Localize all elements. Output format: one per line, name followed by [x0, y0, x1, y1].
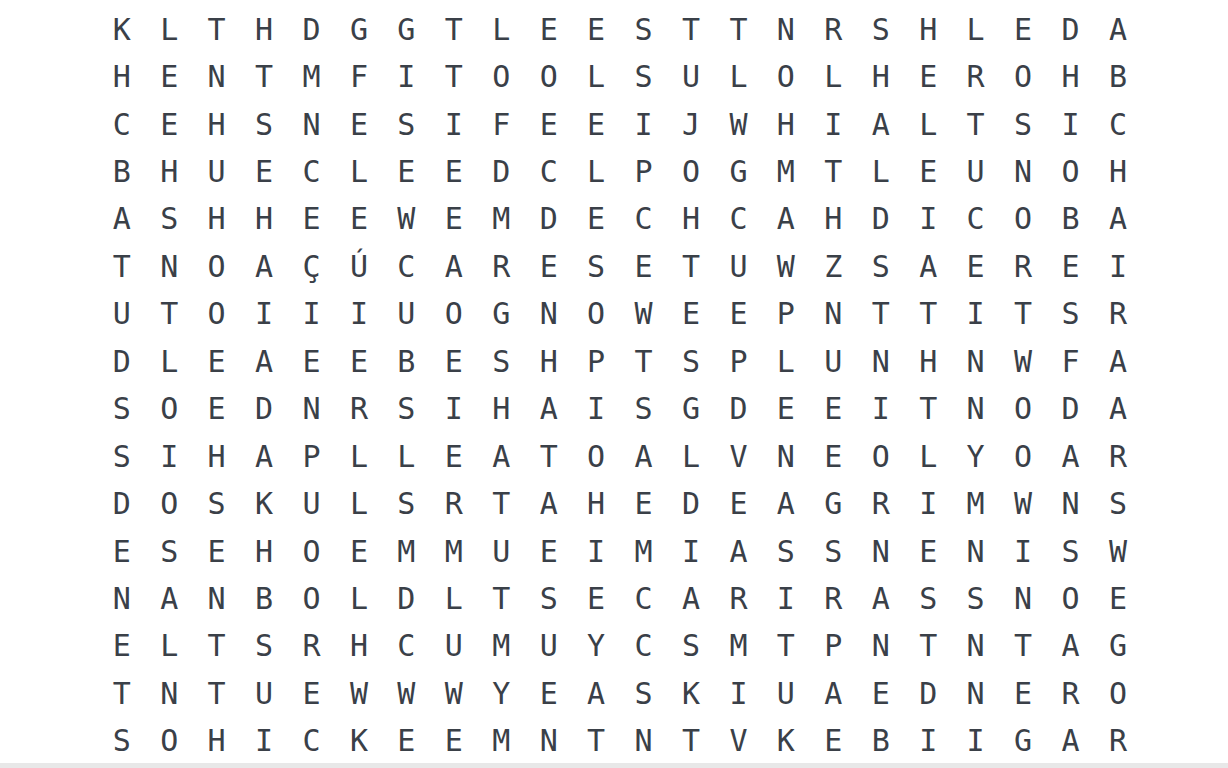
grid-cell[interactable]: M	[620, 528, 667, 575]
grid-cell[interactable]: W	[383, 196, 430, 243]
grid-cell[interactable]: L	[383, 433, 430, 480]
grid-cell[interactable]: C	[383, 243, 430, 290]
grid-cell[interactable]: T	[620, 338, 667, 385]
grid-cell[interactable]: D	[904, 670, 951, 717]
grid-cell[interactable]: E	[240, 148, 287, 195]
grid-cell[interactable]: S	[240, 623, 287, 670]
grid-cell[interactable]: T	[762, 623, 809, 670]
grid-cell[interactable]: C	[620, 623, 667, 670]
grid-cell[interactable]: I	[572, 528, 619, 575]
grid-cell[interactable]: S	[999, 101, 1046, 148]
grid-cell[interactable]: O	[525, 53, 572, 100]
grid-cell[interactable]: A	[620, 433, 667, 480]
grid-cell[interactable]: A	[145, 575, 192, 622]
grid-cell[interactable]: A	[762, 196, 809, 243]
grid-cell[interactable]: T	[952, 101, 999, 148]
grid-cell[interactable]: E	[620, 480, 667, 527]
grid-cell[interactable]: T	[193, 623, 240, 670]
grid-cell[interactable]: O	[857, 433, 904, 480]
grid-cell[interactable]: L	[715, 53, 762, 100]
grid-cell[interactable]: R	[952, 53, 999, 100]
grid-cell[interactable]: E	[430, 148, 477, 195]
grid-cell[interactable]: A	[240, 243, 287, 290]
grid-cell[interactable]: E	[904, 148, 951, 195]
grid-cell[interactable]: S	[620, 670, 667, 717]
grid-cell[interactable]: C	[715, 196, 762, 243]
grid-cell[interactable]: P	[572, 338, 619, 385]
grid-cell[interactable]: T	[810, 148, 857, 195]
grid-cell[interactable]: B	[98, 148, 145, 195]
grid-cell[interactable]: E	[904, 528, 951, 575]
grid-cell[interactable]: H	[193, 433, 240, 480]
grid-cell[interactable]: I	[904, 196, 951, 243]
grid-cell[interactable]: T	[525, 433, 572, 480]
grid-cell[interactable]: E	[810, 386, 857, 433]
grid-cell[interactable]: W	[999, 480, 1046, 527]
grid-cell[interactable]: D	[525, 196, 572, 243]
grid-cell[interactable]: L	[810, 53, 857, 100]
grid-cell[interactable]: O	[1047, 575, 1094, 622]
grid-cell[interactable]: L	[952, 6, 999, 53]
grid-cell[interactable]: E	[145, 53, 192, 100]
grid-cell[interactable]: A	[240, 338, 287, 385]
grid-cell[interactable]: C	[1094, 101, 1141, 148]
grid-cell[interactable]: E	[430, 718, 477, 765]
grid-cell[interactable]: I	[240, 718, 287, 765]
grid-cell[interactable]: E	[810, 718, 857, 765]
grid-cell[interactable]: T	[904, 623, 951, 670]
grid-cell[interactable]: D	[98, 480, 145, 527]
grid-cell[interactable]: D	[667, 480, 714, 527]
grid-cell[interactable]: I	[762, 575, 809, 622]
grid-cell[interactable]: A	[525, 480, 572, 527]
grid-cell[interactable]: N	[193, 575, 240, 622]
grid-cell[interactable]: D	[98, 338, 145, 385]
grid-cell[interactable]: S	[667, 623, 714, 670]
grid-cell[interactable]: E	[383, 718, 430, 765]
grid-cell[interactable]: A	[478, 433, 525, 480]
grid-cell[interactable]: G	[667, 386, 714, 433]
grid-cell[interactable]: H	[193, 718, 240, 765]
grid-cell[interactable]: R	[288, 623, 335, 670]
grid-cell[interactable]: O	[145, 480, 192, 527]
grid-cell[interactable]: K	[667, 670, 714, 717]
grid-cell[interactable]: L	[335, 480, 382, 527]
grid-cell[interactable]: C	[288, 148, 335, 195]
grid-cell[interactable]: R	[999, 243, 1046, 290]
grid-cell[interactable]: S	[620, 6, 667, 53]
grid-cell[interactable]: L	[904, 433, 951, 480]
grid-cell[interactable]: Z	[810, 243, 857, 290]
grid-cell[interactable]: H	[762, 101, 809, 148]
grid-cell[interactable]: P	[620, 148, 667, 195]
grid-cell[interactable]: D	[478, 148, 525, 195]
grid-cell[interactable]: S	[762, 528, 809, 575]
grid-cell[interactable]: M	[715, 623, 762, 670]
grid-cell[interactable]: S	[904, 575, 951, 622]
grid-cell[interactable]: E	[857, 670, 904, 717]
grid-cell[interactable]: K	[335, 718, 382, 765]
grid-cell[interactable]: F	[1047, 338, 1094, 385]
grid-cell[interactable]: B	[383, 338, 430, 385]
grid-cell[interactable]: J	[667, 101, 714, 148]
grid-cell[interactable]: L	[857, 148, 904, 195]
grid-cell[interactable]: E	[525, 528, 572, 575]
grid-cell[interactable]: A	[1094, 196, 1141, 243]
grid-cell[interactable]: I	[952, 291, 999, 338]
grid-cell[interactable]: I	[667, 528, 714, 575]
grid-cell[interactable]: O	[193, 243, 240, 290]
grid-cell[interactable]: E	[335, 196, 382, 243]
grid-cell[interactable]: M	[383, 528, 430, 575]
grid-cell[interactable]: H	[572, 480, 619, 527]
grid-cell[interactable]: O	[478, 53, 525, 100]
grid-cell[interactable]: V	[715, 718, 762, 765]
grid-cell[interactable]: U	[525, 623, 572, 670]
grid-cell[interactable]: N	[952, 528, 999, 575]
grid-cell[interactable]: S	[1047, 528, 1094, 575]
grid-cell[interactable]: V	[715, 433, 762, 480]
grid-cell[interactable]: I	[430, 101, 477, 148]
grid-cell[interactable]: A	[240, 433, 287, 480]
grid-cell[interactable]: N	[145, 670, 192, 717]
grid-cell[interactable]: H	[904, 6, 951, 53]
grid-cell[interactable]: L	[335, 148, 382, 195]
grid-cell[interactable]: S	[383, 386, 430, 433]
grid-cell[interactable]: S	[145, 196, 192, 243]
grid-cell[interactable]: S	[810, 528, 857, 575]
grid-cell[interactable]: A	[1094, 6, 1141, 53]
grid-cell[interactable]: E	[430, 196, 477, 243]
grid-cell[interactable]: T	[240, 53, 287, 100]
grid-cell[interactable]: H	[667, 196, 714, 243]
grid-cell[interactable]: S	[383, 101, 430, 148]
grid-cell[interactable]: K	[240, 480, 287, 527]
grid-cell[interactable]: O	[999, 433, 1046, 480]
grid-cell[interactable]: E	[193, 386, 240, 433]
grid-cell[interactable]: E	[525, 243, 572, 290]
grid-cell[interactable]: S	[145, 528, 192, 575]
grid-cell[interactable]: H	[1094, 148, 1141, 195]
grid-cell[interactable]: I	[1047, 101, 1094, 148]
grid-cell[interactable]: M	[478, 718, 525, 765]
grid-cell[interactable]: C	[952, 196, 999, 243]
grid-cell[interactable]: N	[288, 386, 335, 433]
grid-cell[interactable]: O	[572, 291, 619, 338]
grid-cell[interactable]: E	[667, 291, 714, 338]
grid-cell[interactable]: L	[572, 148, 619, 195]
grid-cell[interactable]: S	[193, 480, 240, 527]
grid-cell[interactable]: B	[1047, 196, 1094, 243]
grid-cell[interactable]: Ú	[335, 243, 382, 290]
grid-cell[interactable]: S	[98, 386, 145, 433]
grid-cell[interactable]: E	[98, 623, 145, 670]
grid-cell[interactable]: E	[525, 101, 572, 148]
grid-cell[interactable]: W	[620, 291, 667, 338]
grid-cell[interactable]: C	[525, 148, 572, 195]
grid-cell[interactable]: E	[572, 196, 619, 243]
grid-cell[interactable]: D	[288, 6, 335, 53]
grid-cell[interactable]: W	[335, 670, 382, 717]
grid-cell[interactable]: O	[1094, 670, 1141, 717]
grid-cell[interactable]: S	[240, 101, 287, 148]
grid-cell[interactable]: P	[810, 623, 857, 670]
grid-cell[interactable]: I	[1094, 243, 1141, 290]
grid-cell[interactable]: N	[952, 386, 999, 433]
grid-cell[interactable]: E	[335, 528, 382, 575]
grid-cell[interactable]: G	[478, 291, 525, 338]
grid-cell[interactable]: N	[525, 718, 572, 765]
grid-cell[interactable]: D	[383, 575, 430, 622]
grid-cell[interactable]: U	[240, 670, 287, 717]
grid-cell[interactable]: L	[145, 338, 192, 385]
grid-cell[interactable]: N	[193, 53, 240, 100]
grid-cell[interactable]: I	[240, 291, 287, 338]
grid-cell[interactable]: N	[620, 718, 667, 765]
grid-cell[interactable]: O	[145, 386, 192, 433]
grid-cell[interactable]: I	[288, 291, 335, 338]
grid-cell[interactable]: H	[193, 196, 240, 243]
grid-cell[interactable]: E	[620, 243, 667, 290]
grid-cell[interactable]: T	[999, 291, 1046, 338]
grid-cell[interactable]: T	[857, 291, 904, 338]
grid-cell[interactable]: E	[430, 433, 477, 480]
grid-cell[interactable]: A	[762, 480, 809, 527]
grid-cell[interactable]: G	[1094, 623, 1141, 670]
grid-cell[interactable]: G	[715, 148, 762, 195]
grid-cell[interactable]: O	[193, 291, 240, 338]
grid-cell[interactable]: S	[620, 53, 667, 100]
grid-cell[interactable]: F	[335, 53, 382, 100]
grid-cell[interactable]: R	[857, 480, 904, 527]
grid-cell[interactable]: E	[335, 101, 382, 148]
grid-cell[interactable]: U	[810, 338, 857, 385]
grid-cell[interactable]: T	[478, 575, 525, 622]
grid-cell[interactable]: G	[383, 6, 430, 53]
grid-cell[interactable]: S	[857, 243, 904, 290]
grid-cell[interactable]: M	[430, 528, 477, 575]
grid-cell[interactable]: W	[383, 670, 430, 717]
grid-cell[interactable]: A	[1047, 718, 1094, 765]
grid-cell[interactable]: P	[762, 291, 809, 338]
grid-cell[interactable]: O	[288, 575, 335, 622]
grid-cell[interactable]: L	[430, 575, 477, 622]
grid-cell[interactable]: S	[1047, 291, 1094, 338]
grid-cell[interactable]: A	[810, 670, 857, 717]
grid-cell[interactable]: I	[383, 53, 430, 100]
grid-cell[interactable]: E	[715, 291, 762, 338]
grid-cell[interactable]: E	[193, 528, 240, 575]
grid-cell[interactable]: N	[999, 575, 1046, 622]
grid-cell[interactable]: H	[525, 338, 572, 385]
grid-cell[interactable]: H	[810, 196, 857, 243]
grid-cell[interactable]: R	[1047, 670, 1094, 717]
grid-cell[interactable]: N	[857, 528, 904, 575]
grid-cell[interactable]: S	[98, 718, 145, 765]
grid-cell[interactable]: H	[145, 148, 192, 195]
grid-cell[interactable]: A	[715, 528, 762, 575]
grid-cell[interactable]: Ç	[288, 243, 335, 290]
grid-cell[interactable]: A	[904, 243, 951, 290]
grid-cell[interactable]: I	[145, 433, 192, 480]
grid-cell[interactable]: S	[525, 575, 572, 622]
grid-cell[interactable]: N	[810, 291, 857, 338]
grid-cell[interactable]: A	[430, 243, 477, 290]
grid-cell[interactable]: A	[1094, 386, 1141, 433]
grid-cell[interactable]: N	[1047, 480, 1094, 527]
grid-cell[interactable]: I	[904, 718, 951, 765]
grid-cell[interactable]: A	[98, 196, 145, 243]
grid-cell[interactable]: C	[620, 575, 667, 622]
grid-cell[interactable]: A	[857, 575, 904, 622]
grid-cell[interactable]: T	[430, 53, 477, 100]
grid-cell[interactable]: B	[1094, 53, 1141, 100]
grid-cell[interactable]: M	[478, 196, 525, 243]
grid-cell[interactable]: W	[1094, 528, 1141, 575]
grid-cell[interactable]: D	[1047, 6, 1094, 53]
grid-cell[interactable]: M	[288, 53, 335, 100]
grid-cell[interactable]: S	[1094, 480, 1141, 527]
grid-cell[interactable]: C	[383, 623, 430, 670]
grid-cell[interactable]: E	[1047, 243, 1094, 290]
grid-cell[interactable]: N	[762, 6, 809, 53]
grid-cell[interactable]: U	[952, 148, 999, 195]
grid-cell[interactable]: E	[715, 480, 762, 527]
grid-cell[interactable]: H	[857, 53, 904, 100]
grid-cell[interactable]: L	[335, 575, 382, 622]
grid-cell[interactable]: W	[999, 338, 1046, 385]
grid-cell[interactable]: N	[288, 101, 335, 148]
grid-cell[interactable]: N	[952, 623, 999, 670]
grid-cell[interactable]: O	[145, 718, 192, 765]
grid-cell[interactable]: T	[667, 243, 714, 290]
grid-cell[interactable]: N	[525, 291, 572, 338]
grid-cell[interactable]: M	[762, 148, 809, 195]
grid-cell[interactable]: E	[98, 528, 145, 575]
grid-cell[interactable]: E	[1094, 575, 1141, 622]
grid-cell[interactable]: L	[145, 623, 192, 670]
grid-cell[interactable]: L	[335, 433, 382, 480]
grid-cell[interactable]: N	[98, 575, 145, 622]
grid-cell[interactable]: U	[430, 623, 477, 670]
grid-cell[interactable]: H	[335, 623, 382, 670]
grid-cell[interactable]: P	[288, 433, 335, 480]
grid-cell[interactable]: I	[810, 101, 857, 148]
grid-cell[interactable]: A	[572, 670, 619, 717]
grid-cell[interactable]: G	[999, 718, 1046, 765]
grid-cell[interactable]: I	[857, 386, 904, 433]
grid-cell[interactable]: I	[999, 528, 1046, 575]
grid-cell[interactable]: T	[98, 670, 145, 717]
grid-cell[interactable]: G	[810, 480, 857, 527]
grid-cell[interactable]: C	[288, 718, 335, 765]
grid-cell[interactable]: T	[145, 291, 192, 338]
grid-cell[interactable]: H	[240, 528, 287, 575]
grid-cell[interactable]: D	[240, 386, 287, 433]
grid-cell[interactable]: A	[1094, 338, 1141, 385]
grid-cell[interactable]: O	[999, 386, 1046, 433]
grid-cell[interactable]: B	[857, 718, 904, 765]
grid-cell[interactable]: A	[1047, 433, 1094, 480]
grid-cell[interactable]: R	[430, 480, 477, 527]
grid-cell[interactable]: F	[478, 101, 525, 148]
grid-cell[interactable]: E	[904, 53, 951, 100]
grid-cell[interactable]: I	[904, 480, 951, 527]
grid-cell[interactable]: U	[715, 243, 762, 290]
grid-cell[interactable]: U	[98, 291, 145, 338]
grid-cell[interactable]: T	[904, 386, 951, 433]
grid-cell[interactable]: N	[952, 670, 999, 717]
grid-cell[interactable]: L	[762, 338, 809, 385]
grid-cell[interactable]: U	[667, 53, 714, 100]
grid-cell[interactable]: S	[98, 433, 145, 480]
grid-cell[interactable]: S	[667, 338, 714, 385]
grid-cell[interactable]: A	[525, 386, 572, 433]
grid-cell[interactable]: H	[98, 53, 145, 100]
grid-cell[interactable]: S	[572, 243, 619, 290]
grid-cell[interactable]: O	[572, 433, 619, 480]
grid-cell[interactable]: E	[999, 6, 1046, 53]
grid-cell[interactable]: U	[383, 291, 430, 338]
grid-cell[interactable]: E	[810, 433, 857, 480]
grid-cell[interactable]: D	[715, 386, 762, 433]
grid-cell[interactable]: O	[999, 53, 1046, 100]
grid-cell[interactable]: N	[857, 338, 904, 385]
grid-cell[interactable]: H	[193, 101, 240, 148]
grid-cell[interactable]: N	[999, 148, 1046, 195]
grid-cell[interactable]: G	[335, 6, 382, 53]
grid-cell[interactable]: E	[525, 6, 572, 53]
grid-cell[interactable]: O	[288, 528, 335, 575]
grid-cell[interactable]: C	[620, 196, 667, 243]
grid-cell[interactable]: H	[240, 196, 287, 243]
grid-cell[interactable]: H	[904, 338, 951, 385]
grid-cell[interactable]: B	[240, 575, 287, 622]
grid-cell[interactable]: S	[857, 6, 904, 53]
grid-cell[interactable]: R	[478, 243, 525, 290]
grid-cell[interactable]: U	[478, 528, 525, 575]
grid-cell[interactable]: T	[478, 480, 525, 527]
grid-cell[interactable]: L	[478, 6, 525, 53]
grid-cell[interactable]: L	[667, 433, 714, 480]
grid-cell[interactable]: E	[430, 338, 477, 385]
grid-cell[interactable]: D	[1047, 386, 1094, 433]
grid-cell[interactable]: O	[762, 53, 809, 100]
grid-cell[interactable]: R	[335, 386, 382, 433]
grid-cell[interactable]: E	[572, 575, 619, 622]
grid-cell[interactable]: U	[288, 480, 335, 527]
grid-cell[interactable]: E	[335, 338, 382, 385]
grid-cell[interactable]: I	[572, 386, 619, 433]
grid-cell[interactable]: E	[145, 101, 192, 148]
grid-cell[interactable]: S	[952, 575, 999, 622]
grid-cell[interactable]: E	[288, 196, 335, 243]
grid-cell[interactable]: W	[715, 101, 762, 148]
grid-cell[interactable]: W	[430, 670, 477, 717]
grid-cell[interactable]: U	[762, 670, 809, 717]
grid-cell[interactable]: T	[667, 718, 714, 765]
grid-cell[interactable]: E	[762, 386, 809, 433]
grid-cell[interactable]: O	[999, 196, 1046, 243]
grid-cell[interactable]: E	[952, 243, 999, 290]
grid-cell[interactable]: O	[667, 148, 714, 195]
grid-cell[interactable]: R	[1094, 433, 1141, 480]
grid-cell[interactable]: D	[857, 196, 904, 243]
grid-cell[interactable]: K	[98, 6, 145, 53]
grid-cell[interactable]: W	[762, 243, 809, 290]
grid-cell[interactable]: C	[98, 101, 145, 148]
grid-cell[interactable]: N	[762, 433, 809, 480]
